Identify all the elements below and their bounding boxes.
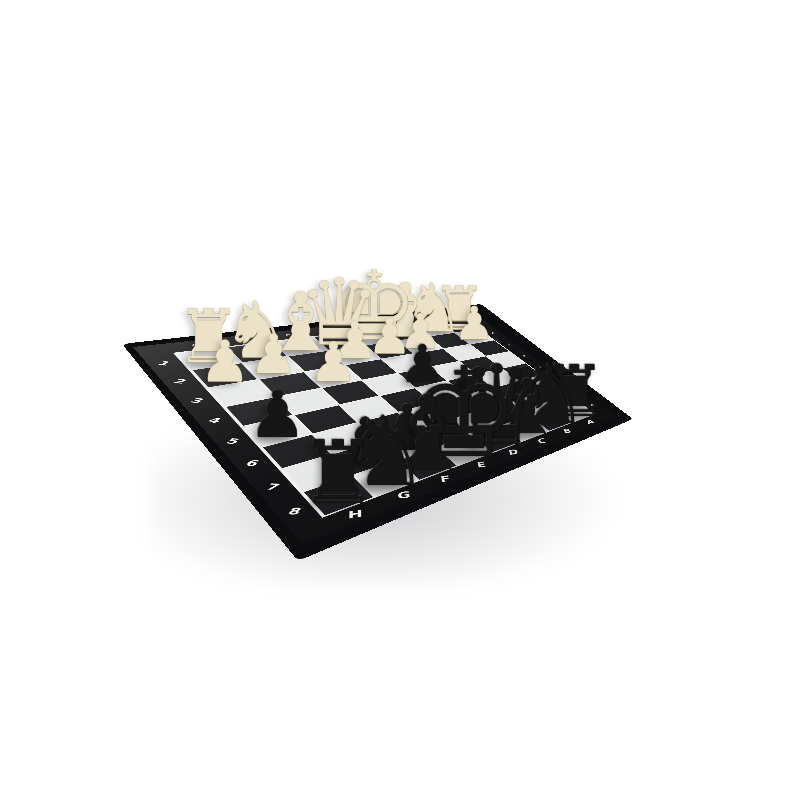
product-photo-scene: HGFEDCBA HGFEDCBA 12345678 12345678 ♜♞♝♟…: [0, 0, 800, 800]
